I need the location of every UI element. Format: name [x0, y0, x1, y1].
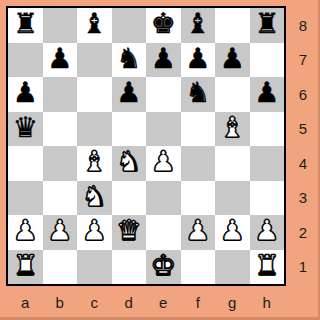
- square-f3: [181, 181, 216, 216]
- black-pawn-piece: ♟: [116, 77, 141, 110]
- square-a3: [8, 181, 43, 216]
- square-d6: ♟: [112, 77, 147, 112]
- square-e4: ♟: [146, 146, 181, 181]
- square-h7: [250, 43, 285, 78]
- white-pawn-piece: ♟: [220, 215, 245, 248]
- square-a8: ♜: [8, 8, 43, 43]
- square-e7: ♟: [146, 43, 181, 78]
- square-g6: [215, 77, 250, 112]
- white-rook-piece: ♜: [254, 250, 279, 283]
- square-a4: [8, 146, 43, 181]
- file-label-g: g: [215, 291, 250, 313]
- black-knight-piece: ♞: [116, 43, 141, 76]
- black-pawn-piece: ♟: [151, 43, 176, 76]
- rank-label-4: 4: [290, 146, 316, 181]
- square-f4: [181, 146, 216, 181]
- square-b2: ♟: [43, 215, 78, 250]
- square-h2: ♟: [250, 215, 285, 250]
- square-a6: ♟: [8, 77, 43, 112]
- square-b3: [43, 181, 78, 216]
- black-bishop-piece: ♝: [185, 8, 210, 41]
- square-h4: [250, 146, 285, 181]
- rank-label-7: 7: [290, 43, 316, 78]
- square-e3: [146, 181, 181, 216]
- square-b1: [43, 250, 78, 285]
- square-f6: ♞: [181, 77, 216, 112]
- white-pawn-piece: ♟: [13, 215, 38, 248]
- square-c1: [77, 250, 112, 285]
- black-pawn-piece: ♟: [13, 77, 38, 110]
- white-bishop-piece: ♝: [82, 146, 107, 179]
- file-label-a: a: [8, 291, 43, 313]
- black-king-piece: ♚: [151, 8, 176, 41]
- white-pawn-piece: ♟: [82, 215, 107, 248]
- black-bishop-piece: ♝: [82, 8, 107, 41]
- white-knight-piece: ♞: [116, 146, 141, 179]
- square-b4: [43, 146, 78, 181]
- white-pawn-piece: ♟: [47, 215, 72, 248]
- square-b6: [43, 77, 78, 112]
- square-g2: ♟: [215, 215, 250, 250]
- file-label-f: f: [181, 291, 216, 313]
- white-rook-piece: ♜: [13, 250, 38, 283]
- square-g5: ♝: [215, 112, 250, 147]
- square-e8: ♚: [146, 8, 181, 43]
- square-d3: [112, 181, 147, 216]
- square-a2: ♟: [8, 215, 43, 250]
- square-d8: [112, 8, 147, 43]
- rank-label-8: 8: [290, 8, 316, 43]
- square-c8: ♝: [77, 8, 112, 43]
- file-label-d: d: [112, 291, 147, 313]
- square-d1: [112, 250, 147, 285]
- black-pawn-piece: ♟: [185, 43, 210, 76]
- square-a1: ♜: [8, 250, 43, 285]
- rank-labels: 87654321: [290, 8, 316, 284]
- rank-label-1: 1: [290, 250, 316, 285]
- square-h3: [250, 181, 285, 216]
- chess-board: ♜♝♚♝♜♟♞♟♟♟♟♟♞♟♛♝♝♞♟♞♟♟♟♛♟♟♟♜♚♜: [6, 6, 286, 286]
- square-g1: [215, 250, 250, 285]
- file-label-e: e: [146, 291, 181, 313]
- black-queen-piece: ♛: [13, 112, 38, 145]
- black-rook-piece: ♜: [13, 8, 38, 41]
- file-labels: abcdefgh: [8, 291, 284, 313]
- square-e1: ♚: [146, 250, 181, 285]
- white-king-piece: ♚: [151, 250, 176, 283]
- file-label-c: c: [77, 291, 112, 313]
- square-f5: [181, 112, 216, 147]
- file-label-b: b: [43, 291, 78, 313]
- square-f7: ♟: [181, 43, 216, 78]
- rank-label-2: 2: [290, 215, 316, 250]
- square-b7: ♟: [43, 43, 78, 78]
- chess-diagram: ♜♝♚♝♜♟♞♟♟♟♟♟♞♟♛♝♝♞♟♞♟♟♟♛♟♟♟♜♚♜ abcdefgh …: [0, 0, 320, 320]
- rank-label-3: 3: [290, 181, 316, 216]
- square-a7: [8, 43, 43, 78]
- square-c5: [77, 112, 112, 147]
- square-g8: [215, 8, 250, 43]
- square-e5: [146, 112, 181, 147]
- square-g7: ♟: [215, 43, 250, 78]
- file-label-h: h: [250, 291, 285, 313]
- square-d4: ♞: [112, 146, 147, 181]
- square-c6: [77, 77, 112, 112]
- rank-label-5: 5: [290, 112, 316, 147]
- white-pawn-piece: ♟: [254, 215, 279, 248]
- square-h6: ♟: [250, 77, 285, 112]
- square-c7: [77, 43, 112, 78]
- square-h8: ♜: [250, 8, 285, 43]
- square-g4: [215, 146, 250, 181]
- square-b8: [43, 8, 78, 43]
- square-e2: [146, 215, 181, 250]
- black-pawn-piece: ♟: [254, 77, 279, 110]
- rank-label-6: 6: [290, 77, 316, 112]
- square-b5: [43, 112, 78, 147]
- square-g3: [215, 181, 250, 216]
- white-queen-piece: ♛: [116, 215, 141, 248]
- square-d7: ♞: [112, 43, 147, 78]
- square-c3: ♞: [77, 181, 112, 216]
- black-pawn-piece: ♟: [47, 43, 72, 76]
- white-pawn-piece: ♟: [185, 215, 210, 248]
- square-h1: ♜: [250, 250, 285, 285]
- white-bishop-piece: ♝: [220, 112, 245, 145]
- black-rook-piece: ♜: [254, 8, 279, 41]
- square-f2: ♟: [181, 215, 216, 250]
- white-knight-piece: ♞: [82, 181, 107, 214]
- square-c4: ♝: [77, 146, 112, 181]
- square-c2: ♟: [77, 215, 112, 250]
- square-h5: [250, 112, 285, 147]
- square-a5: ♛: [8, 112, 43, 147]
- square-d5: [112, 112, 147, 147]
- square-f1: [181, 250, 216, 285]
- white-pawn-piece: ♟: [151, 146, 176, 179]
- black-pawn-piece: ♟: [220, 43, 245, 76]
- square-e6: [146, 77, 181, 112]
- square-f8: ♝: [181, 8, 216, 43]
- square-d2: ♛: [112, 215, 147, 250]
- black-knight-piece: ♞: [185, 77, 210, 110]
